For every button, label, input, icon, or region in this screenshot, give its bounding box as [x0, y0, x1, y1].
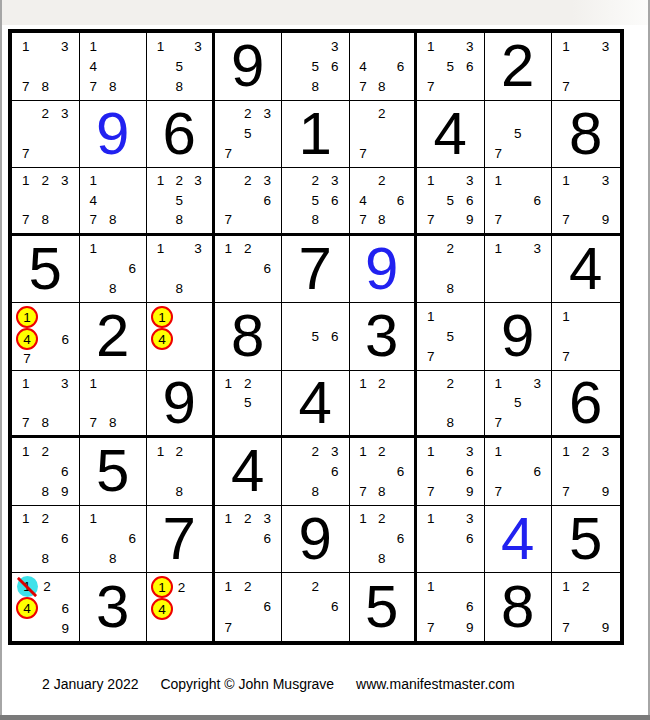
- candidate-3: 3: [55, 171, 75, 191]
- pencil-marks: 167: [485, 438, 552, 505]
- pencil-marks: 168: [80, 236, 147, 303]
- candidate-1: 1: [489, 239, 509, 259]
- cell-r5c3[interactable]: 14: [147, 303, 215, 371]
- candidate-3: 3: [325, 36, 345, 56]
- cell-r5c7[interactable]: 157: [417, 303, 485, 371]
- cell-r5c8[interactable]: 9: [485, 303, 553, 371]
- pencil-marks: 135679: [417, 168, 484, 233]
- cell-r6c6[interactable]: 12: [350, 371, 418, 439]
- solved-digit: 9: [350, 236, 415, 303]
- cell-r4c8[interactable]: 13: [485, 236, 553, 304]
- given-digit: 5: [552, 506, 620, 573]
- candidate-9: 9: [596, 210, 616, 230]
- candidate-6: 6: [56, 597, 74, 619]
- elimination-circle: 1: [17, 576, 38, 597]
- cell-r6c9[interactable]: 6: [552, 371, 620, 439]
- highlight-circle: 4: [151, 598, 173, 620]
- cell-r1c1[interactable]: 1378: [12, 33, 80, 101]
- candidate-7: 7: [556, 76, 576, 96]
- candidate-7: 7: [84, 413, 104, 433]
- candidate-7: 7: [84, 76, 104, 96]
- candidate-8: 8: [36, 413, 56, 433]
- candidate-8: 8: [306, 210, 326, 230]
- candidate-1: 1: [84, 374, 104, 394]
- given-digit: 8: [215, 303, 282, 370]
- cell-r5c5[interactable]: 56: [282, 303, 350, 371]
- cell-r3c3[interactable]: 12358: [147, 168, 215, 236]
- cell-r5c1[interactable]: 1467: [12, 303, 80, 371]
- solved-digit: 4: [485, 506, 552, 573]
- cell-r2c9[interactable]: 8: [552, 101, 620, 169]
- candidate-5: 5: [441, 326, 461, 346]
- candidate-2: 2: [36, 441, 56, 461]
- candidate-5: 5: [238, 124, 258, 144]
- given-digit: 5: [80, 438, 147, 505]
- candidate-7: 7: [354, 144, 373, 164]
- cell-r1c6[interactable]: 4678: [350, 33, 418, 101]
- cell-r9c3[interactable]: 124: [147, 573, 215, 641]
- candidate-6: 6: [55, 461, 75, 481]
- candidate-3: 3: [189, 36, 208, 56]
- pencil-marks: 157: [417, 303, 484, 370]
- cell-r3c6[interactable]: 24678: [350, 168, 418, 236]
- candidate-7: 7: [354, 481, 373, 501]
- candidate-6: 6: [258, 597, 278, 618]
- pencil-marks: 1378: [12, 371, 79, 436]
- candidate-1: 1: [489, 374, 509, 394]
- candidate-2: 2: [36, 104, 56, 124]
- cell-r9c5[interactable]: 26: [282, 573, 350, 641]
- candidate-1: 1: [219, 576, 239, 597]
- cell-r3c1[interactable]: 12378: [12, 168, 80, 236]
- candidate-2: 2: [441, 374, 461, 394]
- candidate-4: 4: [16, 328, 38, 350]
- pencil-marks: 12689: [12, 438, 79, 505]
- cell-r7c3[interactable]: 128: [147, 438, 215, 506]
- pencil-marks: 4678: [350, 33, 415, 100]
- pencil-marks: 12678: [350, 438, 415, 505]
- given-digit: 6: [147, 101, 212, 168]
- candidate-4: 4: [84, 56, 104, 76]
- cell-r7c8[interactable]: 167: [485, 438, 553, 506]
- pencil-marks: 137: [552, 33, 620, 100]
- cell-r9c7[interactable]: 1679: [417, 573, 485, 641]
- candidate-6: 6: [460, 191, 480, 211]
- cell-r9c2[interactable]: 3: [80, 573, 148, 641]
- candidate-1: 1: [421, 576, 441, 597]
- cell-r9c1[interactable]: 12469: [12, 573, 80, 641]
- pencil-marks: 13567: [417, 33, 484, 100]
- candidate-1: 1: [421, 509, 441, 529]
- cell-r7c4[interactable]: 4: [215, 438, 283, 506]
- candidate-1: 1: [16, 509, 36, 529]
- candidate-2: 2: [170, 171, 189, 191]
- candidate-8: 8: [372, 210, 391, 230]
- candidate-5: 5: [441, 191, 461, 211]
- window-top-strip: [0, 0, 650, 25]
- candidate-7: 7: [84, 210, 104, 230]
- cell-r6c5[interactable]: 4: [282, 371, 350, 439]
- candidate-2: 2: [238, 171, 258, 191]
- pencil-marks: 12378: [12, 168, 79, 233]
- cell-r4c1[interactable]: 5: [12, 236, 80, 304]
- candidate-2: 2: [306, 171, 326, 191]
- candidate-7: 7: [556, 481, 576, 501]
- cell-r3c9[interactable]: 1379: [552, 168, 620, 236]
- candidate-1: 1: [84, 239, 104, 259]
- candidate-1: 1: [16, 306, 38, 328]
- candidate-6: 6: [56, 328, 74, 350]
- pencil-marks: 1379: [552, 168, 620, 233]
- candidate-3: 3: [596, 171, 616, 191]
- cell-r6c2[interactable]: 178: [80, 371, 148, 439]
- candidate-7: 7: [219, 144, 239, 164]
- pencil-marks: 12379: [552, 438, 620, 505]
- cell-r4c3[interactable]: 138: [147, 236, 215, 304]
- candidate-4: 4: [354, 191, 373, 211]
- pencil-marks: 126: [215, 236, 282, 303]
- cell-r6c7[interactable]: 28: [417, 371, 485, 439]
- pencil-marks: 13679: [417, 438, 484, 505]
- cell-r7c6[interactable]: 12678: [350, 438, 418, 506]
- pencil-marks: 1267: [215, 573, 282, 641]
- pencil-marks: 2368: [282, 438, 349, 505]
- candidate-1: 1: [151, 239, 170, 259]
- cell-r5c9[interactable]: 17: [552, 303, 620, 371]
- candidate-7: 7: [16, 144, 36, 164]
- cell-r1c4[interactable]: 9: [215, 33, 283, 101]
- candidate-9: 9: [55, 481, 75, 501]
- given-digit: 3: [350, 303, 415, 370]
- candidate-5: 5: [306, 326, 326, 346]
- cell-r2c5[interactable]: 1: [282, 101, 350, 169]
- cell-r1c7[interactable]: 13567: [417, 33, 485, 101]
- pencil-marks: 24678: [350, 168, 415, 233]
- candidate-8: 8: [441, 279, 461, 299]
- candidate-1: 1: [421, 306, 441, 326]
- candidate-2: 2: [306, 576, 326, 597]
- given-digit: 5: [350, 573, 415, 641]
- candidate-1: 1: [421, 441, 441, 461]
- candidate-4: 4: [84, 191, 104, 211]
- candidate-8: 8: [36, 549, 56, 569]
- cell-r8c4[interactable]: 1236: [215, 506, 283, 574]
- cell-r1c9[interactable]: 137: [552, 33, 620, 101]
- cell-r6c8[interactable]: 1357: [485, 371, 553, 439]
- candidate-7: 7: [421, 76, 441, 96]
- pencil-marks: 1478: [80, 168, 147, 233]
- candidate-5: 5: [306, 56, 326, 76]
- cell-r2c4[interactable]: 2357: [215, 101, 283, 169]
- given-digit: 5: [12, 236, 79, 303]
- candidate-6: 6: [460, 529, 480, 549]
- given-digit: 3: [80, 573, 147, 641]
- cell-r7c2[interactable]: 5: [80, 438, 148, 506]
- candidate-6: 6: [258, 529, 278, 549]
- candidate-7: 7: [219, 210, 239, 230]
- candidate-1: 1: [421, 36, 441, 56]
- candidate-7: 7: [421, 481, 441, 501]
- cell-r1c2[interactable]: 1478: [80, 33, 148, 101]
- candidate-6: 6: [391, 56, 410, 76]
- cell-r3c5[interactable]: 23568: [282, 168, 350, 236]
- cell-r1c8[interactable]: 2: [485, 33, 553, 101]
- cell-r4c5[interactable]: 7: [282, 236, 350, 304]
- cell-r8c6[interactable]: 1268: [350, 506, 418, 574]
- candidate-2: 2: [372, 104, 391, 124]
- candidate-8: 8: [36, 210, 56, 230]
- candidate-3: 3: [460, 36, 480, 56]
- cell-r2c7[interactable]: 4: [417, 101, 485, 169]
- candidate-1: 1: [219, 509, 239, 529]
- pencil-marks: 23568: [282, 168, 349, 233]
- given-digit: 9: [282, 506, 349, 573]
- cell-r6c3[interactable]: 9: [147, 371, 215, 439]
- highlight-circle: 4: [16, 328, 38, 350]
- cell-r2c1[interactable]: 237: [12, 101, 80, 169]
- cell-r4c6[interactable]: 9: [350, 236, 418, 304]
- cell-r2c8[interactable]: 57: [485, 101, 553, 169]
- elimination-slash-icon: [17, 576, 38, 597]
- candidate-1: 1: [151, 576, 173, 598]
- candidate-8: 8: [441, 413, 461, 433]
- candidate-3: 3: [55, 36, 75, 56]
- cell-r3c7[interactable]: 135679: [417, 168, 485, 236]
- pencil-marks: 28: [417, 236, 484, 303]
- pencil-marks: 13: [485, 236, 552, 303]
- candidate-1: 1: [489, 441, 509, 461]
- candidate-7: 7: [489, 144, 509, 164]
- cell-r2c2[interactable]: 9: [80, 101, 148, 169]
- pencil-marks: 12469: [12, 573, 79, 641]
- pencil-marks: 1279: [552, 573, 620, 641]
- given-digit: 2: [485, 33, 552, 100]
- candidate-6: 6: [258, 191, 278, 211]
- pencil-marks: 178: [80, 371, 147, 436]
- candidate-6: 6: [325, 461, 345, 481]
- cell-r7c9[interactable]: 12379: [552, 438, 620, 506]
- candidate-8: 8: [103, 413, 123, 433]
- candidate-6: 6: [325, 56, 345, 76]
- candidate-8: 8: [306, 481, 326, 501]
- cell-r9c9[interactable]: 1279: [552, 573, 620, 641]
- candidate-6: 6: [460, 597, 480, 618]
- candidate-5: 5: [508, 124, 528, 144]
- cell-r8c8[interactable]: 4: [485, 506, 553, 574]
- candidate-6: 6: [391, 191, 410, 211]
- candidate-1: 1: [421, 171, 441, 191]
- candidate-6: 6: [460, 461, 480, 481]
- highlight-circle: 1: [16, 306, 38, 328]
- candidate-3: 3: [258, 171, 278, 191]
- candidate-2: 2: [238, 374, 258, 394]
- candidate-1: 1: [151, 306, 173, 328]
- candidate-8: 8: [170, 481, 189, 501]
- candidate-9: 9: [460, 210, 480, 230]
- candidate-3: 3: [258, 509, 278, 529]
- candidate-2: 2: [38, 576, 56, 597]
- pencil-marks: 14: [147, 303, 212, 370]
- candidate-6: 6: [325, 191, 345, 211]
- cell-r8c1[interactable]: 1268: [12, 506, 80, 574]
- cell-r5c6[interactable]: 3: [350, 303, 418, 371]
- candidate-7: 7: [489, 481, 509, 501]
- cell-r4c7[interactable]: 28: [417, 236, 485, 304]
- pencil-marks: 237: [12, 101, 79, 168]
- pencil-marks: 1268: [12, 506, 79, 573]
- pencil-marks: 57: [485, 101, 552, 168]
- candidate-1: 1: [354, 374, 373, 394]
- cell-r7c1[interactable]: 12689: [12, 438, 80, 506]
- pencil-marks: 168: [80, 506, 147, 573]
- candidate-2: 2: [372, 441, 391, 461]
- candidate-8: 8: [103, 76, 123, 96]
- candidate-3: 3: [460, 171, 480, 191]
- candidate-3: 3: [325, 171, 345, 191]
- pencil-marks: 1467: [12, 303, 79, 370]
- candidate-7: 7: [16, 76, 36, 96]
- candidate-1: 1: [354, 441, 373, 461]
- candidate-4: 4: [151, 598, 173, 620]
- candidate-1: 1: [556, 441, 576, 461]
- candidate-1: 1: [556, 171, 576, 191]
- candidate-7: 7: [489, 413, 509, 433]
- candidate-1: 1: [16, 171, 36, 191]
- candidate-8: 8: [36, 481, 56, 501]
- cell-r8c3[interactable]: 7: [147, 506, 215, 574]
- pencil-marks: 17: [552, 303, 620, 370]
- candidate-3: 3: [55, 104, 75, 124]
- candidate-2: 2: [238, 239, 258, 259]
- cell-r5c4[interactable]: 8: [215, 303, 283, 371]
- candidate-8: 8: [170, 76, 189, 96]
- cell-r8c7[interactable]: 136: [417, 506, 485, 574]
- candidate-1: 1: [16, 374, 36, 394]
- cell-r8c2[interactable]: 168: [80, 506, 148, 574]
- candidate-1: 1: [16, 441, 36, 461]
- candidate-8: 8: [372, 481, 391, 501]
- pencil-marks: 1358: [147, 33, 212, 100]
- pencil-marks: 124: [147, 573, 212, 641]
- candidate-5: 5: [441, 56, 461, 76]
- candidate-9: 9: [596, 617, 616, 638]
- candidate-3: 3: [325, 441, 345, 461]
- candidate-4: 4: [151, 328, 173, 350]
- candidate-6: 6: [325, 597, 345, 618]
- candidate-6: 6: [528, 191, 548, 211]
- candidate-1: 1: [219, 374, 239, 394]
- given-digit: 4: [552, 236, 620, 303]
- pencil-marks: 1378: [12, 33, 79, 100]
- candidate-7: 7: [556, 210, 576, 230]
- given-digit: 7: [282, 236, 349, 303]
- pencil-marks: 26: [282, 573, 349, 641]
- candidate-2: 2: [372, 171, 391, 191]
- cell-r1c5[interactable]: 3568: [282, 33, 350, 101]
- pencil-marks: 128: [147, 438, 212, 505]
- footer-date: 2 January 2022: [42, 676, 139, 692]
- candidate-1: 1: [556, 576, 576, 597]
- candidate-5: 5: [306, 191, 326, 211]
- cell-r5c2[interactable]: 2: [80, 303, 148, 371]
- candidate-2: 2: [576, 441, 596, 461]
- candidate-8: 8: [103, 279, 123, 299]
- cell-r9c4[interactable]: 1267: [215, 573, 283, 641]
- cell-r4c2[interactable]: 168: [80, 236, 148, 304]
- candidate-3: 3: [258, 104, 278, 124]
- candidate-6: 6: [55, 529, 75, 549]
- candidate-9: 9: [460, 617, 480, 638]
- candidate-9: 9: [56, 619, 74, 638]
- cell-r4c4[interactable]: 126: [215, 236, 283, 304]
- candidate-2: 2: [238, 509, 258, 529]
- candidate-8: 8: [170, 210, 189, 230]
- candidate-2: 2: [306, 441, 326, 461]
- candidate-3: 3: [460, 509, 480, 529]
- pencil-marks: 1357: [485, 371, 552, 436]
- candidate-3: 3: [596, 441, 616, 461]
- highlight-circle: 4: [16, 597, 38, 619]
- window-left-edge: [0, 0, 2, 720]
- cell-r8c9[interactable]: 5: [552, 506, 620, 574]
- candidate-2: 2: [36, 509, 56, 529]
- candidate-1: 1: [84, 171, 104, 191]
- pencil-marks: 27: [350, 101, 415, 168]
- candidate-7: 7: [421, 210, 441, 230]
- candidate-9: 9: [596, 481, 616, 501]
- pencil-marks: 1268: [350, 506, 415, 573]
- candidate-1: 1: [84, 36, 104, 56]
- candidate-4: 4: [354, 56, 373, 76]
- pencil-marks: 2357: [215, 101, 282, 168]
- candidate-1: 1: [151, 36, 170, 56]
- candidate-2: 2: [170, 441, 189, 461]
- cell-r6c1[interactable]: 1378: [12, 371, 80, 439]
- cell-r4c9[interactable]: 4: [552, 236, 620, 304]
- candidate-1: 1: [556, 306, 576, 326]
- cell-r3c2[interactable]: 1478: [80, 168, 148, 236]
- cell-r9c6[interactable]: 5: [350, 573, 418, 641]
- highlight-circle: 4: [151, 328, 173, 350]
- pencil-marks: 3568: [282, 33, 349, 100]
- candidate-3: 3: [55, 374, 75, 394]
- cell-r2c3[interactable]: 6: [147, 101, 215, 169]
- given-digit: 8: [485, 573, 552, 641]
- candidate-5: 5: [238, 393, 258, 413]
- given-digit: 6: [552, 371, 620, 436]
- cell-r7c7[interactable]: 13679: [417, 438, 485, 506]
- cell-r8c5[interactable]: 9: [282, 506, 350, 574]
- cell-r1c3[interactable]: 1358: [147, 33, 215, 101]
- candidate-8: 8: [103, 549, 123, 569]
- candidate-3: 3: [528, 239, 548, 259]
- given-digit: 9: [485, 303, 552, 370]
- cell-r6c4[interactable]: 125: [215, 371, 283, 439]
- cell-r3c8[interactable]: 167: [485, 168, 553, 236]
- cell-r9c8[interactable]: 8: [485, 573, 553, 641]
- candidate-2: 2: [372, 374, 391, 394]
- cell-r3c4[interactable]: 2367: [215, 168, 283, 236]
- cell-r7c5[interactable]: 2368: [282, 438, 350, 506]
- candidate-1: 1: [219, 239, 239, 259]
- candidate-7: 7: [354, 76, 373, 96]
- candidate-7: 7: [556, 617, 576, 638]
- candidate-2: 2: [238, 104, 258, 124]
- candidate-7: 7: [421, 617, 441, 638]
- pencil-marks: 167: [485, 168, 552, 233]
- candidate-7: 7: [354, 210, 373, 230]
- cell-r2c6[interactable]: 27: [350, 101, 418, 169]
